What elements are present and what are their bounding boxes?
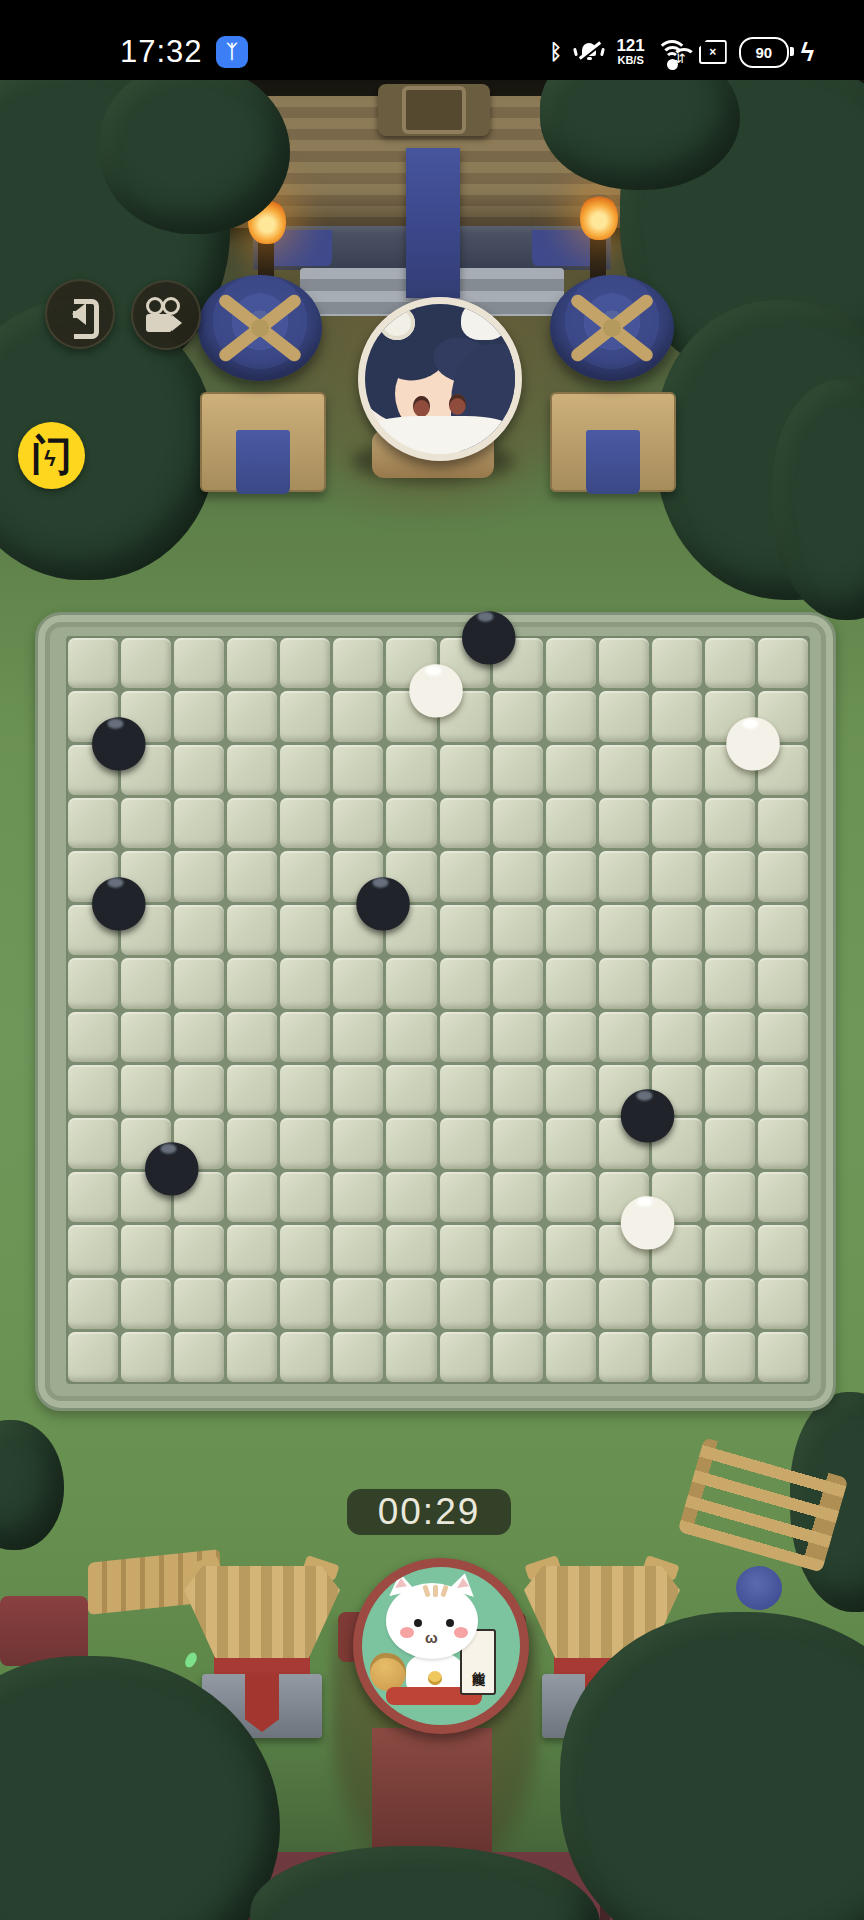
board-tile	[546, 1332, 596, 1382]
board-tile	[227, 638, 277, 688]
board-tile	[333, 1332, 383, 1382]
board-tile	[546, 638, 596, 688]
board-tile	[227, 905, 277, 955]
board-tile	[652, 1278, 702, 1328]
board-tile	[652, 1332, 702, 1382]
board-tile	[68, 1065, 118, 1115]
board-tile	[227, 1012, 277, 1062]
board-tile	[758, 1065, 808, 1115]
cat-head	[386, 1583, 478, 1659]
parasol-stand-right	[550, 392, 676, 492]
board-tile	[227, 1065, 277, 1115]
board-tile	[652, 851, 702, 901]
board-tile	[705, 905, 755, 955]
board-tile	[546, 851, 596, 901]
badge-bolt-icon: ϟ	[44, 446, 56, 472]
record-button[interactable]	[131, 280, 201, 350]
board-tile	[440, 905, 490, 955]
board-tile	[652, 798, 702, 848]
board-tile	[493, 745, 543, 795]
board-tile	[599, 1278, 649, 1328]
white-stone: ●	[617, 1181, 678, 1251]
board-tile	[121, 638, 171, 688]
wifi-icon: ⇵	[657, 40, 687, 64]
board-tile	[386, 798, 436, 848]
board-tile	[758, 1225, 808, 1275]
board-tile	[758, 798, 808, 848]
parasol-left	[198, 275, 322, 381]
board-tile	[546, 745, 596, 795]
board-tile	[280, 1332, 330, 1382]
tree	[100, 64, 290, 234]
board-tile	[174, 745, 224, 795]
board-tile	[440, 1225, 490, 1275]
opponent-avatar[interactable]	[358, 297, 522, 461]
board-tile	[440, 745, 490, 795]
board-tile	[280, 798, 330, 848]
board-tile	[758, 1012, 808, 1062]
board-tile	[68, 638, 118, 688]
board-tile	[333, 1012, 383, 1062]
board-tile	[599, 638, 649, 688]
board-tile	[121, 1332, 171, 1382]
cat-eye	[446, 1619, 454, 1627]
board-tile	[174, 638, 224, 688]
board-tile	[599, 745, 649, 795]
board-tile	[174, 905, 224, 955]
avatar-eye	[413, 396, 430, 417]
board-tile	[386, 1332, 436, 1382]
board-tile	[493, 905, 543, 955]
board-tile	[68, 1225, 118, 1275]
status-bar: 17:32 ᛉ ᛒ 121 KB/S ⇵ × 90 ϟ	[0, 0, 864, 80]
board-tile	[440, 851, 490, 901]
board-tile	[68, 1278, 118, 1328]
board-tile	[546, 1065, 596, 1115]
board-tile	[546, 1012, 596, 1062]
board-tile	[227, 1278, 277, 1328]
board-tile	[652, 691, 702, 741]
cat-stripe	[433, 1585, 438, 1597]
sim-missing-icon: ×	[699, 40, 727, 64]
board-tile	[758, 905, 808, 955]
board-tile	[386, 1012, 436, 1062]
board-tile	[174, 1278, 224, 1328]
cat-mouth: ω	[425, 1629, 438, 1646]
usb-icon: ᛉ	[216, 36, 248, 68]
board-tile	[758, 1332, 808, 1382]
board-tile	[227, 1332, 277, 1382]
board-tile	[121, 958, 171, 1008]
board-tile	[227, 1118, 277, 1168]
board-tile	[705, 1012, 755, 1062]
charging-icon: ϟ	[801, 38, 814, 67]
black-stone: ●	[88, 863, 149, 933]
board-tile	[493, 1065, 543, 1115]
parasol-right	[550, 275, 674, 381]
board-tile	[333, 638, 383, 688]
board-tile	[652, 958, 702, 1008]
back-button[interactable]	[45, 279, 115, 349]
board-tile	[227, 1172, 277, 1222]
battery-icon: 90	[739, 37, 789, 68]
board-tile	[599, 1332, 649, 1382]
white-stone: ●	[723, 703, 784, 773]
board-tile	[174, 1225, 224, 1275]
board-tile	[546, 798, 596, 848]
game-screen: 17:32 ᛉ ᛒ 121 KB/S ⇵ × 90 ϟ	[0, 0, 864, 1920]
player-avatar[interactable]: 能瘦 ω	[353, 1558, 529, 1734]
board-tile	[280, 691, 330, 741]
board-tile	[546, 1278, 596, 1328]
cat-money-bag	[370, 1653, 406, 1691]
board-tile	[227, 745, 277, 795]
board-tile	[227, 958, 277, 1008]
board-tile	[174, 691, 224, 741]
board-tile	[386, 1118, 436, 1168]
black-stone: ●	[353, 863, 414, 933]
cat-cheek	[454, 1627, 468, 1638]
network-speed-value: 121	[616, 37, 644, 55]
board-tile	[705, 1172, 755, 1222]
board-tile	[440, 798, 490, 848]
board-tile	[280, 851, 330, 901]
board-tile	[68, 958, 118, 1008]
board-tile	[705, 1278, 755, 1328]
board-tile	[493, 851, 543, 901]
temple-emblem	[402, 86, 466, 134]
board-tile	[68, 1172, 118, 1222]
board-tile	[68, 1118, 118, 1168]
board-tile	[280, 1278, 330, 1328]
board-tile	[546, 905, 596, 955]
board-tile	[652, 638, 702, 688]
board-tile	[493, 1332, 543, 1382]
board-tile	[333, 958, 383, 1008]
board-tile	[599, 798, 649, 848]
board-tile	[386, 958, 436, 1008]
board-tile	[333, 798, 383, 848]
board-tile	[652, 905, 702, 955]
board-tile	[652, 1012, 702, 1062]
board-tile	[280, 1172, 330, 1222]
board-tile	[174, 798, 224, 848]
move-timer: 00:29	[347, 1489, 511, 1535]
board-tile	[227, 1225, 277, 1275]
board-tile	[121, 1012, 171, 1062]
board-tile	[333, 691, 383, 741]
board-tile	[280, 745, 330, 795]
board-tile	[280, 905, 330, 955]
board-tile	[493, 798, 543, 848]
board-tile	[174, 958, 224, 1008]
cat-bell	[428, 1671, 442, 1685]
board-tile	[758, 638, 808, 688]
cat-scroll-text: 能瘦	[469, 1660, 487, 1664]
board-tile	[705, 851, 755, 901]
temple-ridge	[378, 84, 490, 136]
board-tile	[493, 1118, 543, 1168]
board-tile	[121, 1278, 171, 1328]
board-tile	[493, 958, 543, 1008]
board-tile	[280, 958, 330, 1008]
board-tile	[705, 1332, 755, 1382]
parasol-stand-left	[200, 392, 326, 492]
board-tile	[68, 1332, 118, 1382]
board-tile	[493, 1012, 543, 1062]
board-tile	[758, 1278, 808, 1328]
board-tile	[599, 1012, 649, 1062]
vibrate-muted-icon	[574, 40, 604, 64]
board-tile	[386, 1225, 436, 1275]
white-stone: ●	[405, 650, 466, 720]
network-speed: 121 KB/S	[616, 37, 644, 66]
board-tile	[440, 1332, 490, 1382]
board-tile	[705, 638, 755, 688]
board-tile	[546, 1225, 596, 1275]
gomoku-board[interactable]	[66, 636, 810, 1384]
board-tile	[121, 1225, 171, 1275]
black-stone: ●	[141, 1128, 202, 1198]
blue-basin	[736, 1566, 782, 1610]
board-tile	[546, 691, 596, 741]
board-tile	[121, 1065, 171, 1115]
board-tile	[493, 691, 543, 741]
sim-x-glyph: ×	[709, 45, 716, 59]
cat-eye	[414, 1619, 422, 1627]
board-tile	[599, 691, 649, 741]
board-frame: ●●●●●●●●●	[35, 612, 836, 1411]
board-tile	[758, 958, 808, 1008]
board-tile	[705, 798, 755, 848]
clock: 17:32	[120, 34, 203, 70]
black-stone: ●	[458, 597, 519, 667]
bluetooth-icon: ᛒ	[550, 40, 563, 64]
board-tile	[174, 851, 224, 901]
board-tile	[386, 745, 436, 795]
avatar-eye	[449, 394, 466, 415]
board-tile	[68, 798, 118, 848]
timer-text: 00:29	[378, 1491, 481, 1533]
board-tile	[227, 851, 277, 901]
board-tile	[440, 1012, 490, 1062]
board-tile	[174, 1065, 224, 1115]
temple-banner	[406, 148, 460, 298]
board-tile	[280, 638, 330, 688]
board-tile	[493, 1172, 543, 1222]
board-tile	[440, 1118, 490, 1168]
board-tile	[333, 1118, 383, 1168]
board-tile	[599, 905, 649, 955]
board-tile	[440, 1278, 490, 1328]
board-tile	[758, 1172, 808, 1222]
board-tile	[280, 1065, 330, 1115]
board-tile	[705, 958, 755, 1008]
video-camera-icon	[146, 297, 186, 333]
board-tile	[280, 1118, 330, 1168]
board-tile	[227, 691, 277, 741]
board-tile	[333, 1278, 383, 1328]
board-tile	[280, 1012, 330, 1062]
board-tile	[652, 745, 702, 795]
board-tile	[546, 958, 596, 1008]
board-tile	[546, 1118, 596, 1168]
board-tile	[440, 1065, 490, 1115]
board-tile	[758, 851, 808, 901]
torch-flame-right	[580, 194, 618, 240]
black-stone: ●	[88, 703, 149, 773]
board-tile	[121, 798, 171, 848]
board-tile	[705, 1118, 755, 1168]
board-tile	[599, 958, 649, 1008]
board-tile	[280, 1225, 330, 1275]
board-tile	[333, 1225, 383, 1275]
cat-cheek	[400, 1627, 414, 1638]
board-tile	[174, 1012, 224, 1062]
board-tile	[333, 745, 383, 795]
board-tile	[386, 1172, 436, 1222]
flash-overlay-badge[interactable]: 门 ϟ	[18, 422, 85, 489]
board-tile	[440, 1172, 490, 1222]
board-tile	[333, 1065, 383, 1115]
board-tile	[174, 1332, 224, 1382]
board-tile	[440, 958, 490, 1008]
back-icon	[61, 299, 99, 329]
board-tile	[68, 1012, 118, 1062]
board-tile	[546, 1172, 596, 1222]
status-icons: ᛒ 121 KB/S ⇵ × 90 ϟ	[550, 30, 814, 74]
board-tile	[705, 1065, 755, 1115]
board-tile	[758, 1118, 808, 1168]
board-tile	[227, 798, 277, 848]
board-tile	[493, 1278, 543, 1328]
black-stone: ●	[617, 1075, 678, 1145]
network-speed-unit: KB/S	[617, 55, 643, 67]
battery-percent: 90	[755, 44, 772, 61]
board-tile	[386, 1278, 436, 1328]
board-tile	[386, 1065, 436, 1115]
board-tile	[705, 1225, 755, 1275]
wifi-arrows-icon: ⇵	[672, 48, 696, 69]
board-tile	[493, 1225, 543, 1275]
board-tile	[333, 1172, 383, 1222]
board-tile	[599, 851, 649, 901]
